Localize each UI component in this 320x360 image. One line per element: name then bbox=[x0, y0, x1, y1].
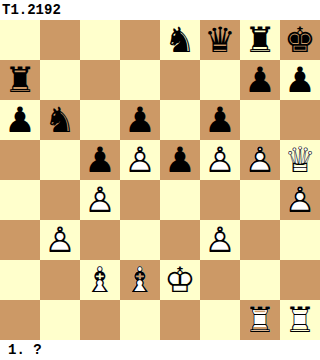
square-d5[interactable]: ♟♙ bbox=[120, 140, 160, 180]
square-b6[interactable]: ♞ bbox=[40, 100, 80, 140]
piece-black-king: ♚ bbox=[280, 20, 320, 60]
square-c6[interactable] bbox=[80, 100, 120, 140]
square-e5[interactable]: ♟ bbox=[160, 140, 200, 180]
square-d6[interactable]: ♟ bbox=[120, 100, 160, 140]
piece-white-queen: ♛♕ bbox=[280, 140, 320, 180]
square-b4[interactable] bbox=[40, 180, 80, 220]
square-f4[interactable] bbox=[200, 180, 240, 220]
piece-white-bishop: ♝♗ bbox=[80, 260, 120, 300]
piece-white-rook: ♜♖ bbox=[280, 300, 320, 340]
square-g6[interactable] bbox=[240, 100, 280, 140]
piece-white-pawn: ♟♙ bbox=[240, 140, 280, 180]
square-d2[interactable]: ♝♗ bbox=[120, 260, 160, 300]
piece-black-rook: ♜ bbox=[0, 60, 40, 100]
square-e4[interactable] bbox=[160, 180, 200, 220]
footer-bar: 1. ? bbox=[0, 340, 320, 360]
piece-black-pawn: ♟ bbox=[0, 100, 40, 140]
square-h7[interactable]: ♟ bbox=[280, 60, 320, 100]
piece-black-knight: ♞ bbox=[40, 100, 80, 140]
square-g1[interactable]: ♜♖ bbox=[240, 300, 280, 340]
square-h6[interactable] bbox=[280, 100, 320, 140]
square-e8[interactable]: ♞ bbox=[160, 20, 200, 60]
square-g2[interactable] bbox=[240, 260, 280, 300]
square-f2[interactable] bbox=[200, 260, 240, 300]
square-h4[interactable]: ♟♙ bbox=[280, 180, 320, 220]
square-e1[interactable] bbox=[160, 300, 200, 340]
square-e3[interactable] bbox=[160, 220, 200, 260]
piece-black-pawn: ♟ bbox=[160, 140, 200, 180]
square-d3[interactable] bbox=[120, 220, 160, 260]
square-c1[interactable] bbox=[80, 300, 120, 340]
piece-black-pawn: ♟ bbox=[80, 140, 120, 180]
square-d1[interactable] bbox=[120, 300, 160, 340]
square-b7[interactable] bbox=[40, 60, 80, 100]
square-h5[interactable]: ♛♕ bbox=[280, 140, 320, 180]
square-a6[interactable]: ♟ bbox=[0, 100, 40, 140]
square-g5[interactable]: ♟♙ bbox=[240, 140, 280, 180]
square-h2[interactable] bbox=[280, 260, 320, 300]
square-c8[interactable] bbox=[80, 20, 120, 60]
piece-black-pawn: ♟ bbox=[240, 60, 280, 100]
square-d8[interactable] bbox=[120, 20, 160, 60]
square-h3[interactable] bbox=[280, 220, 320, 260]
square-f1[interactable] bbox=[200, 300, 240, 340]
square-f8[interactable]: ♛ bbox=[200, 20, 240, 60]
header-bar: T1.2192 bbox=[0, 0, 320, 20]
square-d4[interactable] bbox=[120, 180, 160, 220]
square-a3[interactable] bbox=[0, 220, 40, 260]
square-c5[interactable]: ♟ bbox=[80, 140, 120, 180]
square-g7[interactable]: ♟ bbox=[240, 60, 280, 100]
piece-white-pawn: ♟♙ bbox=[120, 140, 160, 180]
piece-black-queen: ♛ bbox=[200, 20, 240, 60]
piece-white-pawn: ♟♙ bbox=[80, 180, 120, 220]
square-g3[interactable] bbox=[240, 220, 280, 260]
piece-black-rook: ♜ bbox=[240, 20, 280, 60]
square-e6[interactable] bbox=[160, 100, 200, 140]
puzzle-id: T1.2192 bbox=[2, 2, 61, 18]
square-a7[interactable]: ♜ bbox=[0, 60, 40, 100]
square-h1[interactable]: ♜♖ bbox=[280, 300, 320, 340]
square-h8[interactable]: ♚ bbox=[280, 20, 320, 60]
square-c3[interactable] bbox=[80, 220, 120, 260]
piece-white-pawn: ♟♙ bbox=[40, 220, 80, 260]
square-e7[interactable] bbox=[160, 60, 200, 100]
square-b2[interactable] bbox=[40, 260, 80, 300]
piece-white-king: ♚♔ bbox=[160, 260, 200, 300]
piece-white-rook: ♜♖ bbox=[240, 300, 280, 340]
square-d7[interactable] bbox=[120, 60, 160, 100]
square-b3[interactable]: ♟♙ bbox=[40, 220, 80, 260]
square-a2[interactable] bbox=[0, 260, 40, 300]
square-c2[interactable]: ♝♗ bbox=[80, 260, 120, 300]
square-f5[interactable]: ♟♙ bbox=[200, 140, 240, 180]
piece-white-pawn: ♟♙ bbox=[200, 220, 240, 260]
piece-black-pawn: ♟ bbox=[120, 100, 160, 140]
square-a1[interactable] bbox=[0, 300, 40, 340]
square-a8[interactable] bbox=[0, 20, 40, 60]
piece-black-knight: ♞ bbox=[160, 20, 200, 60]
square-e2[interactable]: ♚♔ bbox=[160, 260, 200, 300]
square-f6[interactable]: ♟ bbox=[200, 100, 240, 140]
square-g8[interactable]: ♜ bbox=[240, 20, 280, 60]
chess-board: ♞♛♜♚♜♟♟♟♞♟♟♟♟♙♟♟♙♟♙♛♕♟♙♟♙♟♙♟♙♝♗♝♗♚♔♜♖♜♖ bbox=[0, 20, 320, 340]
piece-black-pawn: ♟ bbox=[280, 60, 320, 100]
square-b8[interactable] bbox=[40, 20, 80, 60]
square-f7[interactable] bbox=[200, 60, 240, 100]
square-a4[interactable] bbox=[0, 180, 40, 220]
square-c7[interactable] bbox=[80, 60, 120, 100]
square-b5[interactable] bbox=[40, 140, 80, 180]
square-f3[interactable]: ♟♙ bbox=[200, 220, 240, 260]
piece-white-bishop: ♝♗ bbox=[120, 260, 160, 300]
square-g4[interactable] bbox=[240, 180, 280, 220]
piece-white-pawn: ♟♙ bbox=[200, 140, 240, 180]
piece-white-pawn: ♟♙ bbox=[280, 180, 320, 220]
square-b1[interactable] bbox=[40, 300, 80, 340]
square-a5[interactable] bbox=[0, 140, 40, 180]
piece-black-pawn: ♟ bbox=[200, 100, 240, 140]
square-c4[interactable]: ♟♙ bbox=[80, 180, 120, 220]
move-prompt: 1. ? bbox=[8, 342, 42, 358]
